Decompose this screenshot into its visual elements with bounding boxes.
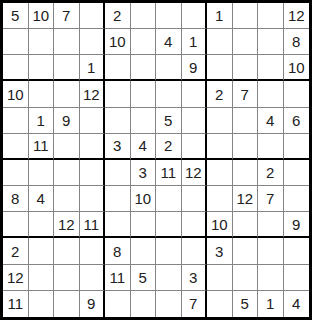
cell-r2c11-empty[interactable] [258, 29, 284, 55]
cell-r9c9-given[interactable]: 10 [207, 212, 233, 238]
cell-r1c5-given[interactable]: 2 [105, 3, 131, 29]
cell-r2c4-empty[interactable] [80, 29, 106, 55]
cell-r1c9-given[interactable]: 1 [207, 3, 233, 29]
cell-r7c12-empty[interactable] [284, 160, 310, 186]
cell-r7c10-empty[interactable] [233, 160, 259, 186]
cell-r9c1-empty[interactable] [3, 212, 29, 238]
cell-r7c5-empty[interactable] [105, 160, 131, 186]
cell-r3c9-empty[interactable] [207, 55, 233, 81]
cell-r9c3-given[interactable]: 12 [54, 212, 80, 238]
cell-r5c10-empty[interactable] [233, 108, 259, 134]
cell-r4c1-given[interactable]: 10 [3, 81, 29, 107]
cell-r11c8-given[interactable]: 3 [182, 265, 208, 291]
cell-r12c6-empty[interactable] [131, 291, 157, 317]
cell-r10c10-empty[interactable] [233, 238, 259, 264]
cell-r4c10-given[interactable]: 7 [233, 81, 259, 107]
cell-r1c1-given[interactable]: 5 [3, 3, 29, 29]
cell-r6c5-given[interactable]: 3 [105, 134, 131, 160]
cell-r9c8-empty[interactable] [182, 212, 208, 238]
cell-r8c12-empty[interactable] [284, 186, 310, 212]
cell-r12c11-given[interactable]: 1 [258, 291, 284, 317]
cell-r7c6-given[interactable]: 3 [131, 160, 157, 186]
cell-r12c12-given[interactable]: 4 [284, 291, 310, 317]
cell-r11c12-empty[interactable] [284, 265, 310, 291]
cell-r2c8-given[interactable]: 1 [182, 29, 208, 55]
cell-r1c6-empty[interactable] [131, 3, 157, 29]
cell-r12c1-given[interactable]: 11 [3, 291, 29, 317]
cell-r5c6-empty[interactable] [131, 108, 157, 134]
cell-r4c2-empty[interactable] [29, 81, 55, 107]
cell-r9c6-empty[interactable] [131, 212, 157, 238]
cell-r9c5-empty[interactable] [105, 212, 131, 238]
cell-r3c6-empty[interactable] [131, 55, 157, 81]
cell-r11c6-given[interactable]: 5 [131, 265, 157, 291]
cell-r4c6-empty[interactable] [131, 81, 157, 107]
cell-r4c8-empty[interactable] [182, 81, 208, 107]
cell-r2c9-empty[interactable] [207, 29, 233, 55]
cell-r2c1-empty[interactable] [3, 29, 29, 55]
cell-r11c5-given[interactable]: 11 [105, 265, 131, 291]
cell-r1c8-empty[interactable] [182, 3, 208, 29]
cell-r8c5-empty[interactable] [105, 186, 131, 212]
cell-r10c9-given[interactable]: 3 [207, 238, 233, 264]
cell-r6c4-empty[interactable] [80, 134, 106, 160]
cell-r1c11-empty[interactable] [258, 3, 284, 29]
cell-r2c2-empty[interactable] [29, 29, 55, 55]
cell-r7c9-empty[interactable] [207, 160, 233, 186]
cell-r5c4-empty[interactable] [80, 108, 106, 134]
cell-r8c7-empty[interactable] [156, 186, 182, 212]
cell-r2c7-given[interactable]: 4 [156, 29, 182, 55]
cell-r8c3-empty[interactable] [54, 186, 80, 212]
cell-r11c2-empty[interactable] [29, 265, 55, 291]
cell-r1c2-given[interactable]: 10 [29, 3, 55, 29]
cell-r12c4-given[interactable]: 9 [80, 291, 106, 317]
cell-r8c11-given[interactable]: 7 [258, 186, 284, 212]
cell-r11c7-empty[interactable] [156, 265, 182, 291]
cell-r6c7-given[interactable]: 2 [156, 134, 182, 160]
cell-r3c11-empty[interactable] [258, 55, 284, 81]
cell-r1c7-empty[interactable] [156, 3, 182, 29]
cell-r3c12-given[interactable]: 10 [284, 55, 310, 81]
cell-r8c10-given[interactable]: 12 [233, 186, 259, 212]
cell-r11c1-given[interactable]: 12 [3, 265, 29, 291]
cell-r7c2-empty[interactable] [29, 160, 55, 186]
cell-r3c8-given[interactable]: 9 [182, 55, 208, 81]
cell-r6c10-empty[interactable] [233, 134, 259, 160]
cell-r10c2-empty[interactable] [29, 238, 55, 264]
cell-r6c12-empty[interactable] [284, 134, 310, 160]
cell-r2c12-given[interactable]: 8 [284, 29, 310, 55]
cell-r12c8-given[interactable]: 7 [182, 291, 208, 317]
cell-r4c9-given[interactable]: 2 [207, 81, 233, 107]
cell-r4c12-empty[interactable] [284, 81, 310, 107]
cell-r10c3-empty[interactable] [54, 238, 80, 264]
cell-r3c2-empty[interactable] [29, 55, 55, 81]
cell-r3c5-empty[interactable] [105, 55, 131, 81]
cell-r12c9-empty[interactable] [207, 291, 233, 317]
cell-r8c2-given[interactable]: 4 [29, 186, 55, 212]
cell-r5c12-given[interactable]: 6 [284, 108, 310, 134]
cell-r5c9-empty[interactable] [207, 108, 233, 134]
cell-r11c4-empty[interactable] [80, 265, 106, 291]
cell-r6c2-given[interactable]: 11 [29, 134, 55, 160]
cell-r10c5-given[interactable]: 8 [105, 238, 131, 264]
cell-r6c9-empty[interactable] [207, 134, 233, 160]
cell-r2c3-empty[interactable] [54, 29, 80, 55]
cell-r12c10-given[interactable]: 5 [233, 291, 259, 317]
cell-r4c11-empty[interactable] [258, 81, 284, 107]
cell-r6c6-given[interactable]: 4 [131, 134, 157, 160]
cell-r2c10-empty[interactable] [233, 29, 259, 55]
cell-r10c11-empty[interactable] [258, 238, 284, 264]
cell-r5c7-given[interactable]: 5 [156, 108, 182, 134]
cell-r7c4-empty[interactable] [80, 160, 106, 186]
cell-r5c8-empty[interactable] [182, 108, 208, 134]
cell-r6c3-empty[interactable] [54, 134, 80, 160]
cell-r5c11-given[interactable]: 4 [258, 108, 284, 134]
cell-r7c7-given[interactable]: 11 [156, 160, 182, 186]
cell-r5c3-given[interactable]: 9 [54, 108, 80, 134]
cell-r11c9-empty[interactable] [207, 265, 233, 291]
sudoku-board: 5107211210418191010122719546113423111228… [0, 0, 312, 320]
cell-r8c4-empty[interactable] [80, 186, 106, 212]
cell-r9c7-empty[interactable] [156, 212, 182, 238]
cell-r8c8-empty[interactable] [182, 186, 208, 212]
cell-r12c3-empty[interactable] [54, 291, 80, 317]
cell-r3c4-given[interactable]: 1 [80, 55, 106, 81]
cell-r7c1-empty[interactable] [3, 160, 29, 186]
cell-r8c9-empty[interactable] [207, 186, 233, 212]
cell-r3c1-empty[interactable] [3, 55, 29, 81]
cell-r10c7-empty[interactable] [156, 238, 182, 264]
cell-r7c11-given[interactable]: 2 [258, 160, 284, 186]
cell-r11c11-empty[interactable] [258, 265, 284, 291]
sudoku-puzzle: 5107211210418191010122719546113423111228… [0, 0, 312, 320]
cell-r10c12-empty[interactable] [284, 238, 310, 264]
cell-r2c6-empty[interactable] [131, 29, 157, 55]
cell-r4c7-empty[interactable] [156, 81, 182, 107]
cell-r5c5-empty[interactable] [105, 108, 131, 134]
cell-r5c1-empty[interactable] [3, 108, 29, 134]
cell-r6c11-empty[interactable] [258, 134, 284, 160]
cell-r2c5-given[interactable]: 10 [105, 29, 131, 55]
cell-r10c4-empty[interactable] [80, 238, 106, 264]
cell-r3c7-empty[interactable] [156, 55, 182, 81]
cell-r3c10-empty[interactable] [233, 55, 259, 81]
cell-r7c3-empty[interactable] [54, 160, 80, 186]
cell-r12c7-empty[interactable] [156, 291, 182, 317]
cell-r5c2-given[interactable]: 1 [29, 108, 55, 134]
cell-r3c3-empty[interactable] [54, 55, 80, 81]
cell-r11c10-empty[interactable] [233, 265, 259, 291]
cell-r9c4-given[interactable]: 11 [80, 212, 106, 238]
cell-r8c6-given[interactable]: 10 [131, 186, 157, 212]
cell-r6c8-empty[interactable] [182, 134, 208, 160]
cell-r7c8-given[interactable]: 12 [182, 160, 208, 186]
cell-r9c11-empty[interactable] [258, 212, 284, 238]
cell-r9c10-empty[interactable] [233, 212, 259, 238]
cell-r6c1-empty[interactable] [3, 134, 29, 160]
cell-r11c3-empty[interactable] [54, 265, 80, 291]
cell-r1c12-given[interactable]: 12 [284, 3, 310, 29]
cell-r12c2-empty[interactable] [29, 291, 55, 317]
cell-r9c2-empty[interactable] [29, 212, 55, 238]
cell-r8c1-given[interactable]: 8 [3, 186, 29, 212]
cell-r4c3-empty[interactable] [54, 81, 80, 107]
cell-r1c3-given[interactable]: 7 [54, 3, 80, 29]
cell-r1c4-empty[interactable] [80, 3, 106, 29]
cell-r10c6-empty[interactable] [131, 238, 157, 264]
cell-r10c1-given[interactable]: 2 [3, 238, 29, 264]
cell-r12c5-empty[interactable] [105, 291, 131, 317]
cell-r9c12-given[interactable]: 9 [284, 212, 310, 238]
cell-r4c5-empty[interactable] [105, 81, 131, 107]
cell-r1c10-empty[interactable] [233, 3, 259, 29]
cell-r10c8-empty[interactable] [182, 238, 208, 264]
cell-r4c4-given[interactable]: 12 [80, 81, 106, 107]
